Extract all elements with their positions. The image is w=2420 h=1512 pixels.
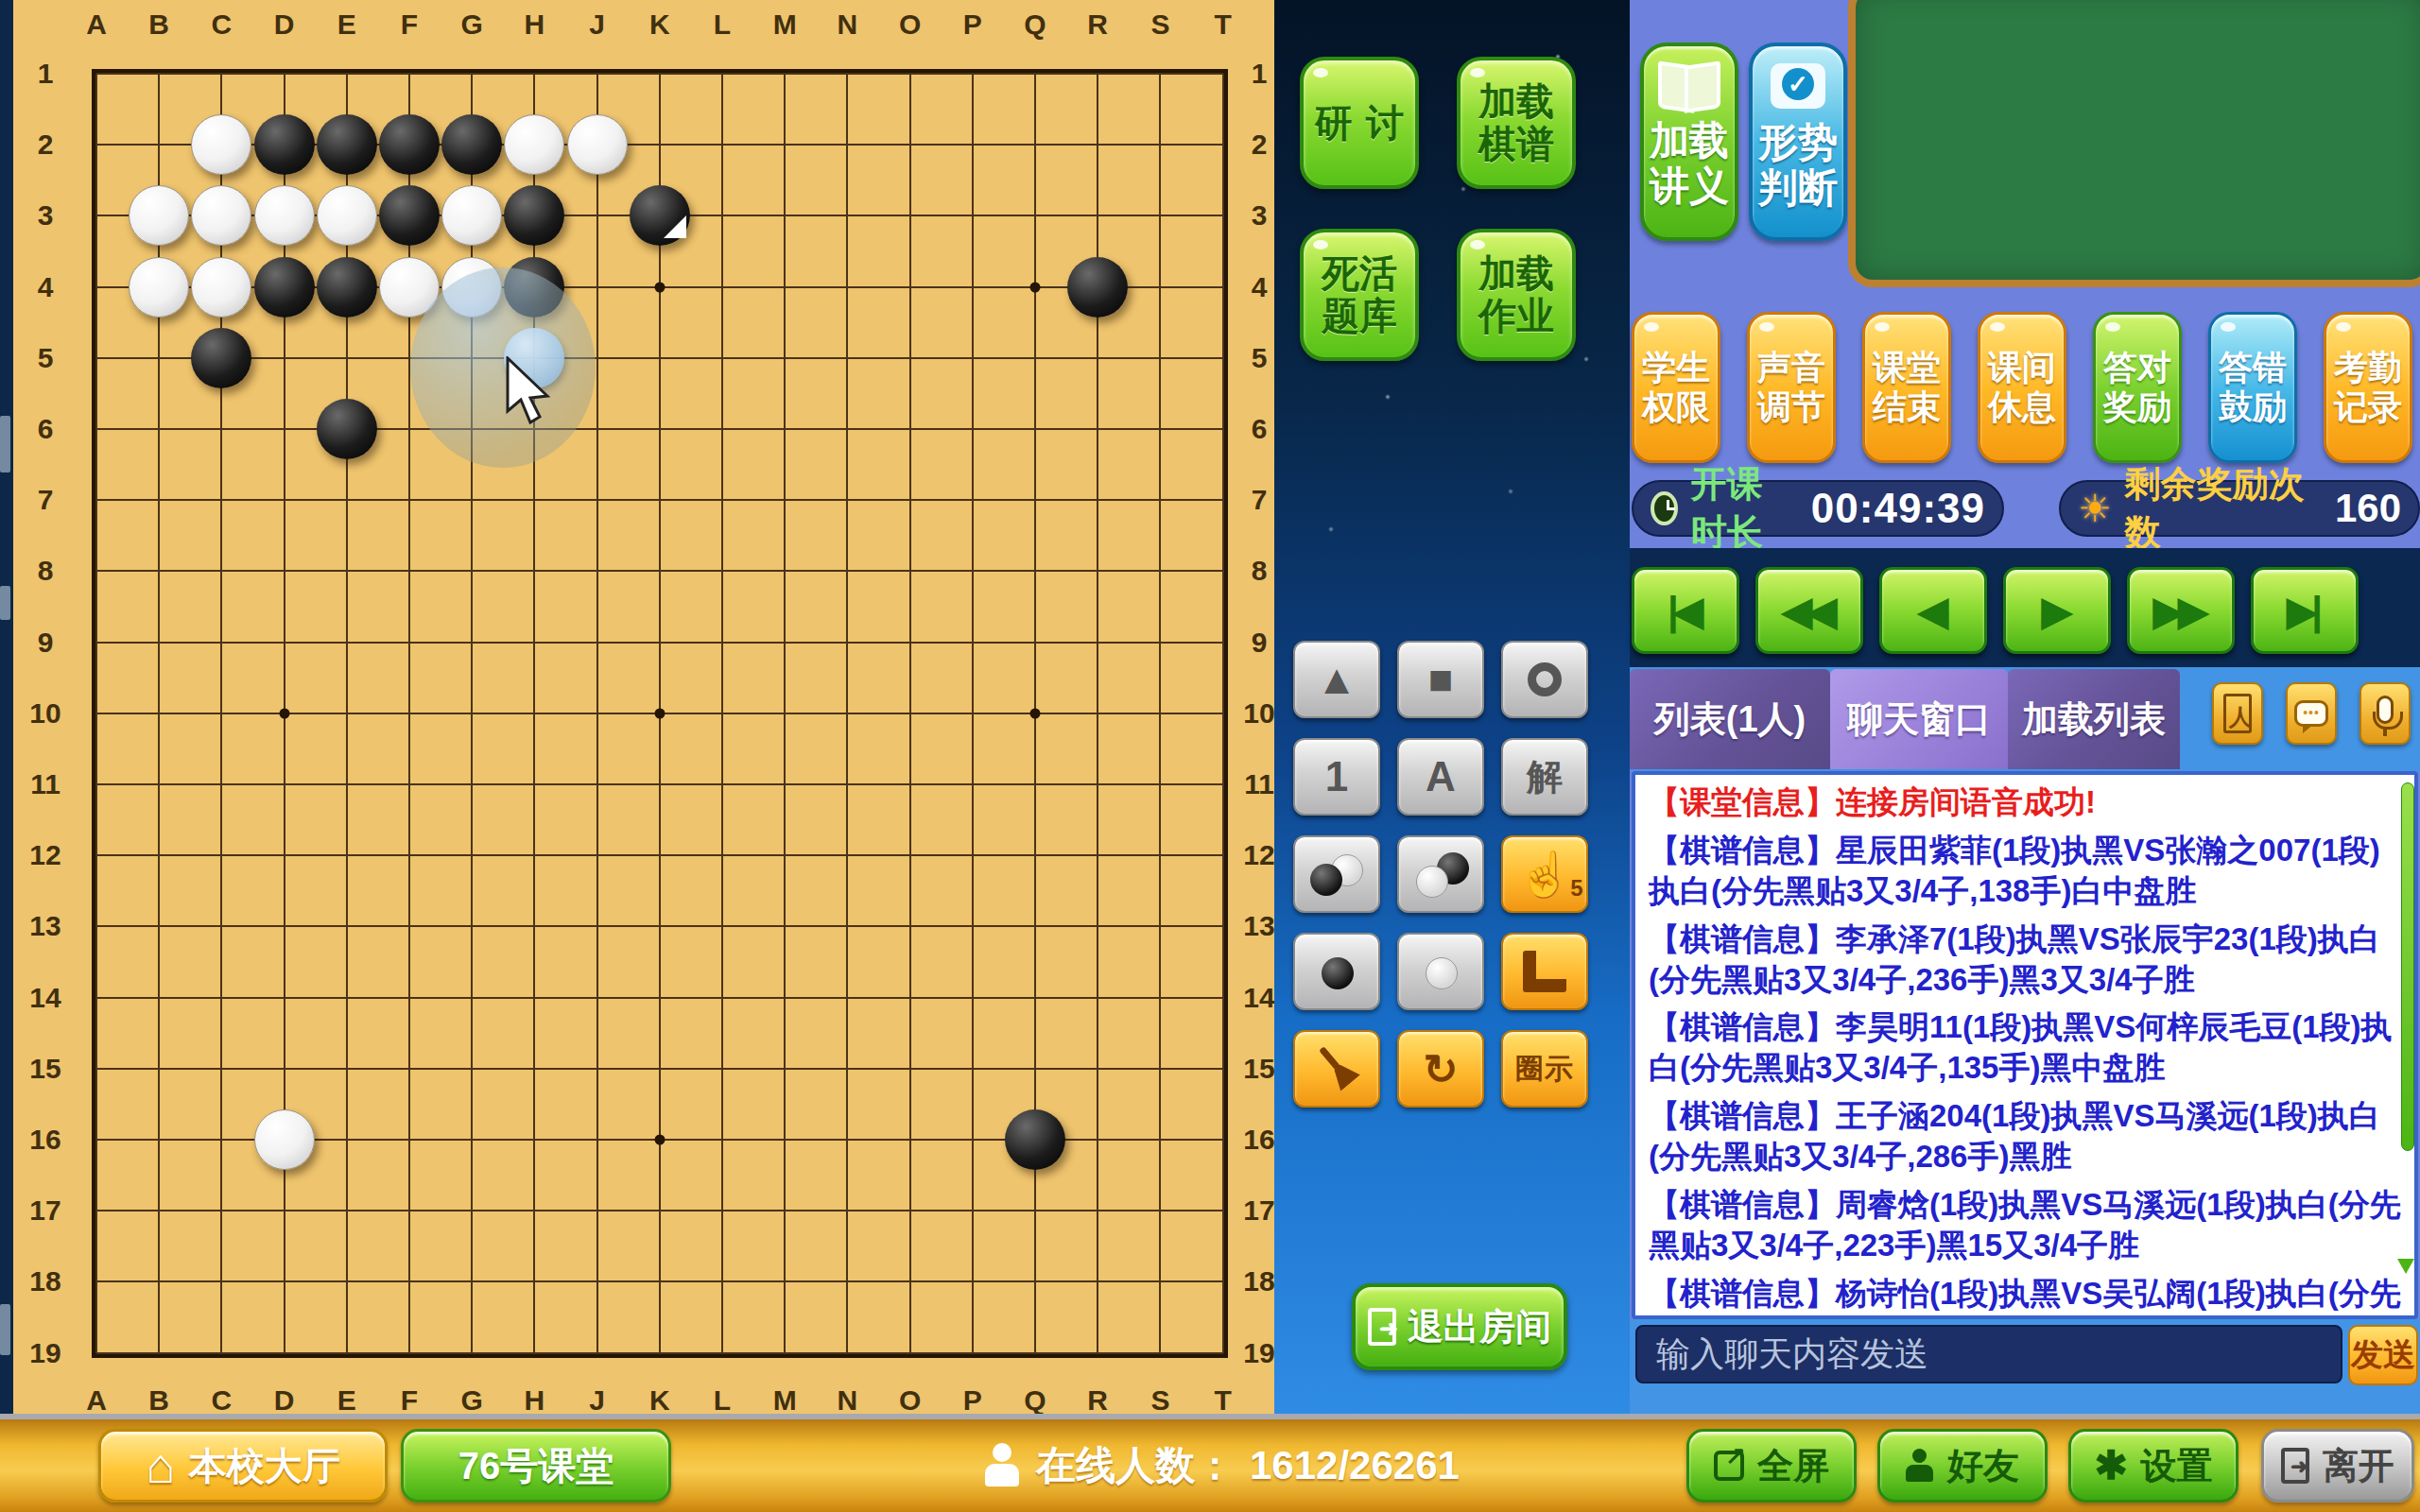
coord-bottom-F: F	[401, 1384, 418, 1417]
coord-bottom-P: P	[963, 1384, 982, 1417]
black-stone-tool[interactable]	[1293, 933, 1380, 1010]
class-timer-value: 00:49:39	[1811, 485, 1985, 532]
playback-forward-button-glyph: ▶	[2042, 588, 2066, 634]
playback-back-button[interactable]: ◀	[1879, 567, 1987, 654]
coord-top-T: T	[1214, 9, 1231, 41]
stone-black-R4	[1067, 257, 1128, 318]
settings-label: 设置	[2141, 1442, 2213, 1490]
correct-reward-button[interactable]: 答对奖励	[2093, 312, 2182, 463]
class-break-button-label: 课间休息	[1986, 348, 2058, 428]
middle-toolbar-column: 研讨加载棋谱死活题库加载作业 ▲■1A解☝5↻圈示 退出房间	[1274, 0, 1630, 1419]
teaching-buttons-group: 研讨加载棋谱死活题库加载作业	[1300, 57, 1604, 361]
life-death-library-button[interactable]: 死活题库	[1300, 229, 1419, 361]
end-class-button-label: 课堂结束	[1871, 348, 1943, 428]
gear-icon: ✱	[2094, 1446, 2127, 1486]
tabs-row: 列表(1人)聊天窗口加载列表	[1630, 669, 2180, 769]
stone-white-B3	[129, 185, 189, 246]
coord-right-13: 13	[1243, 910, 1274, 942]
coord-bottom-Q: Q	[1024, 1384, 1046, 1417]
stone-black-H3	[504, 185, 564, 246]
chat-input[interactable]	[1635, 1325, 2342, 1383]
board-horizontal-line	[96, 1068, 1223, 1070]
last-move-marker	[664, 215, 686, 238]
send-button-label: 发送	[2351, 1333, 2415, 1377]
chat-message: 【棋谱信息】王子涵204(1段)执黑VS马溪远(1段)执白(分先黑贴3又3/4子…	[1649, 1096, 2401, 1177]
attendance-button-label: 考勤记录	[2332, 348, 2404, 428]
tabs-strip: 列表(1人)聊天窗口加载列表	[1630, 667, 2420, 771]
coord-right-15: 15	[1243, 1053, 1274, 1085]
stone-black-E4	[317, 257, 377, 318]
chat-bubble-icon-button[interactable]	[2286, 682, 2337, 745]
coord-left-15: 15	[29, 1053, 60, 1085]
mark-triangle-tool[interactable]: ▲	[1293, 641, 1380, 718]
coord-bottom-S: S	[1150, 1384, 1169, 1417]
coord-top-C: C	[212, 9, 233, 41]
circle-demo-tool-label: 圈示	[1515, 1050, 1574, 1089]
life-death-library-button-label: 死活题库	[1318, 252, 1401, 337]
coord-top-O: O	[899, 9, 921, 41]
board-horizontal-line	[96, 854, 1223, 856]
coord-bottom-G: G	[461, 1384, 483, 1417]
leave-button[interactable]: 离开	[2261, 1429, 2414, 1503]
playback-fast-forward-button[interactable]: ▶▶	[2127, 567, 2235, 654]
coord-top-D: D	[274, 9, 295, 41]
class-control-buttons: 学生权限声音调节课堂结束课间休息答对奖励答错鼓励考勤记录	[1632, 312, 2412, 463]
coord-left-4: 4	[38, 271, 54, 303]
coord-right-1: 1	[1252, 58, 1268, 90]
book-icon	[1658, 63, 1720, 107]
check-badge-icon	[1771, 63, 1825, 109]
online-count: 在线人数： 1612/26261	[983, 1419, 1460, 1512]
clock-icon	[1651, 491, 1678, 525]
tab-chat-window-label: 聊天窗口	[1847, 696, 1991, 744]
coord-bottom-M: M	[773, 1384, 797, 1417]
coord-left-13: 13	[29, 910, 60, 942]
student-permission-button[interactable]: 学生权限	[1632, 312, 1720, 463]
board-vertical-line	[1159, 74, 1161, 1353]
sound-adjust-button-label: 声音调节	[1755, 348, 1827, 428]
hover-highlight-circle	[410, 267, 596, 468]
reset-tool-glyph: ↻	[1424, 1045, 1459, 1093]
exit-room-label: 退出房间	[1408, 1303, 1551, 1351]
coord-bottom-N: N	[838, 1384, 858, 1417]
coord-bottom-H: H	[525, 1384, 545, 1417]
coord-top-Q: Q	[1024, 9, 1046, 41]
annotation-tool-grid: ▲■1A解☝5↻圈示	[1293, 641, 1615, 1108]
coord-bottom-D: D	[274, 1384, 295, 1417]
coord-left-6: 6	[38, 413, 54, 445]
mark-circle-tool[interactable]	[1501, 641, 1588, 718]
tab-load-list[interactable]: 加载列表	[2008, 669, 2180, 769]
stone-white-C3	[191, 185, 251, 246]
wrong-encourage-button-label: 答错鼓励	[2217, 348, 2289, 428]
coord-bottom-K: K	[649, 1384, 670, 1417]
class-timer: 开课时长 00:49:39	[1632, 480, 2004, 537]
board-vertical-line	[909, 74, 911, 1353]
playback-first-button-glyph: |◀	[1668, 588, 1698, 634]
class-break-button[interactable]: 课间休息	[1978, 312, 2066, 463]
coord-top-N: N	[838, 9, 858, 41]
reward-counter-label: 剩余奖励次数	[2125, 460, 2322, 557]
student-permission-button-label: 学生权限	[1640, 348, 1712, 428]
board-horizontal-line	[96, 925, 1223, 927]
chat-message: 【棋谱信息】李昊明11(1段)执黑VS何梓辰毛豆(1段)执白(分先黑贴3又3/4…	[1649, 1007, 2401, 1089]
friends-icon	[1906, 1449, 1934, 1483]
tab-icons-group	[2212, 682, 2411, 745]
wrong-encourage-button[interactable]: 答错鼓励	[2208, 312, 2297, 463]
load-homework-button-label: 加载作业	[1475, 252, 1558, 337]
board-vertical-line	[1222, 74, 1224, 1353]
send-button[interactable]: 发送	[2348, 1325, 2418, 1385]
load-homework-button[interactable]: 加载作业	[1457, 229, 1576, 361]
attendance-button[interactable]: 考勤记录	[2324, 312, 2412, 463]
coord-bottom-E: E	[337, 1384, 356, 1417]
class-timer-label: 开课时长	[1691, 460, 1798, 557]
mark-triangle-tool-glyph: ▲	[1316, 656, 1357, 703]
chat-message: 【棋谱信息】李承泽7(1段)执黑VS张辰宇23(1段)执白(分先黑贴3又3/4子…	[1649, 919, 2401, 1001]
coin-sun-icon: ☀	[2078, 487, 2112, 530]
online-count-value: 1612/26261	[1250, 1443, 1460, 1488]
coord-right-10: 10	[1243, 697, 1274, 730]
left-strip-artifact	[0, 1304, 10, 1355]
fullscreen-icon	[1714, 1451, 1744, 1481]
mark-square-tool-glyph: ■	[1428, 656, 1454, 703]
coord-left-10: 10	[29, 697, 60, 730]
load-lecture-label: 加载讲义	[1648, 118, 1731, 210]
microphone-icon-button[interactable]	[2359, 682, 2411, 745]
stone-white-D16	[254, 1109, 315, 1170]
playback-rewind-button[interactable]: ◀◀	[1755, 567, 1863, 654]
black-stone-icon	[1310, 864, 1342, 896]
stone-white-J2	[567, 114, 628, 175]
coord-top-E: E	[337, 9, 356, 41]
coord-left-16: 16	[29, 1124, 60, 1156]
coord-bottom-T: T	[1214, 1384, 1231, 1417]
coord-right-8: 8	[1252, 555, 1268, 587]
left-strip-artifact	[0, 586, 10, 620]
hand-count-tool[interactable]: ☝5	[1501, 835, 1588, 913]
coord-left-17: 17	[29, 1194, 60, 1227]
go-board[interactable]: AABBCCDDEEFFGGHHJJKKLLMMNNOOPPQQRRSSTT11…	[13, 0, 1274, 1419]
coord-left-5: 5	[38, 342, 54, 374]
coord-top-P: P	[963, 9, 982, 41]
coord-top-J: J	[589, 9, 605, 41]
end-class-button[interactable]: 课堂结束	[1862, 312, 1951, 463]
left-strip-artifact	[0, 416, 10, 472]
chat-input-strip: 发送	[1630, 1319, 2420, 1419]
mark-number-tool-glyph: 1	[1325, 753, 1348, 800]
coord-left-7: 7	[38, 484, 54, 516]
person-icon	[983, 1443, 1021, 1488]
exit-door-icon	[1368, 1308, 1396, 1346]
playback-last-button-glyph: ▶|	[2287, 588, 2317, 634]
mark-number-tool[interactable]: 1	[1293, 738, 1380, 816]
stone-black-D2	[254, 114, 315, 175]
online-count-label: 在线人数：	[1036, 1439, 1235, 1492]
reward-counter: ☀ 剩余奖励次数 160	[2059, 480, 2420, 537]
coord-top-K: K	[649, 9, 670, 41]
board-vertical-line	[784, 74, 786, 1353]
exit-arrow-icon	[2281, 1448, 2309, 1484]
tab-user-list-label: 列表(1人)	[1654, 696, 1806, 744]
coord-right-9: 9	[1252, 627, 1268, 659]
coord-left-19: 19	[29, 1337, 60, 1369]
mouse-cursor-icon	[506, 356, 551, 426]
coord-bottom-R: R	[1087, 1384, 1108, 1417]
stone-black-Q16	[1005, 1109, 1065, 1170]
coord-right-6: 6	[1252, 413, 1268, 445]
coord-right-2: 2	[1252, 129, 1268, 161]
fullscreen-label: 全屏	[1757, 1442, 1829, 1490]
classroom-number-label: 76号课堂	[458, 1440, 614, 1492]
playback-fast-forward-button-glyph: ▶▶	[2153, 588, 2204, 634]
fullscreen-button[interactable]: 全屏	[1686, 1429, 1857, 1503]
bottom-bar: ⌂ 本校大厅 76号课堂 在线人数： 1612/26261 全屏 好友 ✱ 设置…	[0, 1419, 2420, 1512]
correct-reward-button-label: 答对奖励	[2101, 348, 2173, 428]
position-judgment-label: 形势判断	[1756, 120, 1840, 212]
right-panel: 加载讲义 形势判断 学生权限声音调节课堂结束课间休息答对奖励答错鼓励考勤记录 开…	[1630, 0, 2420, 1419]
reset-tool[interactable]: ↻	[1397, 1030, 1484, 1108]
stone-black-G2	[441, 114, 502, 175]
star-point-D10	[279, 708, 289, 718]
coord-right-16: 16	[1243, 1124, 1274, 1156]
star-point-K10	[654, 708, 665, 718]
ruler-tool[interactable]	[1501, 933, 1588, 1010]
tab-user-list[interactable]: 列表(1人)	[1630, 669, 1830, 769]
stone-white-E3	[317, 185, 377, 246]
chat-message: 【棋谱信息】星辰田紫菲(1段)执黑VS张瀚之007(1段)执白(分先黑贴3又3/…	[1649, 831, 2401, 912]
exit-room-button[interactable]: 退出房间	[1352, 1283, 1567, 1370]
tab-chat-window[interactable]: 聊天窗口	[1830, 669, 2008, 769]
coord-top-S: S	[1150, 9, 1169, 41]
coord-right-12: 12	[1243, 839, 1274, 871]
door-person-icon	[2223, 694, 2252, 733]
coord-bottom-C: C	[212, 1384, 233, 1417]
coord-right-11: 11	[1244, 768, 1274, 800]
playback-last-button[interactable]: ▶|	[2251, 567, 2359, 654]
coord-bottom-B: B	[148, 1384, 169, 1417]
coord-top-F: F	[401, 9, 418, 41]
clear-board-tool[interactable]	[1293, 1030, 1380, 1108]
stone-white-B4	[129, 257, 189, 318]
playback-rewind-button-glyph: ◀◀	[1782, 588, 1832, 634]
white-stone-tool[interactable]	[1397, 933, 1484, 1010]
playback-forward-button[interactable]: ▶	[2003, 567, 2111, 654]
settings-button[interactable]: ✱ 设置	[2068, 1429, 2238, 1503]
discuss-button[interactable]: 研讨	[1300, 57, 1419, 189]
star-point-K4	[654, 282, 665, 292]
mark-letter-tool-glyph: A	[1426, 753, 1456, 800]
coord-bottom-L: L	[714, 1384, 731, 1417]
board-horizontal-line	[96, 997, 1223, 999]
mark-square-tool[interactable]: ■	[1397, 641, 1484, 718]
leave-room-icon-button[interactable]	[2212, 682, 2263, 745]
stone-black-C5	[191, 328, 251, 388]
white-stone-icon	[1416, 866, 1448, 898]
circle-demo-tool[interactable]: 圈示	[1501, 1030, 1588, 1108]
coord-bottom-J: J	[589, 1384, 605, 1417]
ruler-icon	[1523, 951, 1566, 992]
left-edge-strip	[0, 0, 13, 1419]
coord-right-17: 17	[1243, 1194, 1274, 1227]
broom-icon	[1304, 1036, 1370, 1102]
star-point-Q4	[1030, 282, 1041, 292]
leave-label: 离开	[2323, 1442, 2394, 1490]
load-kifu-button-label: 加载棋谱	[1475, 80, 1558, 165]
chat-message: 【棋谱信息】杨诗怡(1段)执黑VS吴弘阔(1段)执白(分先黑贴3又3/4子,24…	[1649, 1274, 2401, 1319]
chalkboard-display	[1848, 0, 2420, 287]
microphone-icon	[2377, 696, 2394, 724]
board-horizontal-line	[96, 1280, 1223, 1282]
coord-left-14: 14	[29, 982, 60, 1014]
stone-black-E6	[317, 399, 377, 459]
show-answer-tool-glyph: 解	[1527, 753, 1563, 801]
coord-top-L: L	[714, 9, 731, 41]
school-lobby-button[interactable]: ⌂ 本校大厅	[98, 1429, 388, 1503]
coord-right-3: 3	[1252, 199, 1268, 232]
home-icon: ⌂	[146, 1441, 175, 1490]
coord-left-12: 12	[29, 839, 60, 871]
board-horizontal-line	[96, 1352, 1223, 1354]
chat-bubble-icon	[2294, 700, 2328, 727]
chat-message: 【课堂信息】连接房间语音成功!	[1649, 782, 2401, 823]
coord-right-7: 7	[1252, 484, 1268, 516]
chat-scrollbar[interactable]	[2401, 782, 2414, 1151]
stone-black-K3	[630, 185, 690, 246]
show-answer-tool[interactable]: 解	[1501, 738, 1588, 816]
go-classroom-app: AABBCCDDEEFFGGHHJJKKLLMMNNOOPPQQRRSSTT11…	[0, 0, 2420, 1512]
load-lecture-button[interactable]: 加载讲义	[1640, 43, 1738, 241]
board-horizontal-line	[96, 783, 1223, 785]
stone-white-D3	[254, 185, 315, 246]
friends-button[interactable]: 好友	[1877, 1429, 2048, 1503]
coord-bottom-A: A	[86, 1384, 107, 1417]
coord-top-A: A	[86, 9, 107, 41]
coord-top-G: G	[461, 9, 483, 41]
stone-white-C2	[191, 114, 251, 175]
chat-scroll-down-arrow[interactable]	[2397, 1259, 2414, 1274]
coord-top-H: H	[525, 9, 545, 41]
stone-black-F3	[379, 185, 440, 246]
coord-top-B: B	[148, 9, 169, 41]
coord-left-9: 9	[38, 627, 54, 659]
mark-letter-tool[interactable]: A	[1397, 738, 1484, 816]
coord-left-11: 11	[30, 768, 60, 800]
white-stone-icon	[1426, 957, 1458, 989]
stone-white-C4	[191, 257, 251, 318]
star-point-Q10	[1030, 708, 1041, 718]
coord-top-R: R	[1087, 9, 1108, 41]
discuss-button-label: 研讨	[1315, 102, 1417, 145]
playback-back-button-glyph: ◀	[1918, 588, 1943, 634]
black-stone-icon	[1322, 957, 1354, 989]
position-judgment-button[interactable]: 形势判断	[1749, 43, 1847, 241]
hand-five-icon: ☝5	[1517, 849, 1571, 900]
coord-left-2: 2	[38, 129, 54, 161]
classroom-number-button[interactable]: 76号课堂	[401, 1429, 671, 1503]
board-vertical-line	[972, 74, 974, 1353]
alternate-white-first-tool[interactable]	[1397, 835, 1484, 913]
stone-white-H2	[504, 114, 564, 175]
board-horizontal-line	[96, 1210, 1223, 1211]
chat-message: 【棋谱信息】周睿焓(1段)执黑VS马溪远(1段)执白(分先黑贴3又3/4子,22…	[1649, 1185, 2401, 1266]
school-lobby-label: 本校大厅	[189, 1440, 340, 1492]
coord-left-8: 8	[38, 555, 54, 587]
coord-bottom-O: O	[899, 1384, 921, 1417]
stone-white-G3	[441, 185, 502, 246]
coord-right-19: 19	[1243, 1337, 1274, 1369]
playback-band: |◀◀◀◀▶▶▶▶|	[1630, 548, 2420, 667]
coord-left-18: 18	[29, 1265, 60, 1297]
coord-right-4: 4	[1252, 271, 1268, 303]
tab-load-list-label: 加载列表	[2022, 696, 2166, 744]
stone-black-D4	[254, 257, 315, 318]
stone-black-E2	[317, 114, 377, 175]
board-vertical-line	[721, 74, 723, 1353]
coord-top-M: M	[773, 9, 797, 41]
board-vertical-line	[846, 74, 848, 1353]
playback-first-button[interactable]: |◀	[1632, 567, 1739, 654]
sound-adjust-button[interactable]: 声音调节	[1747, 312, 1836, 463]
coord-right-18: 18	[1243, 1265, 1274, 1297]
playback-controls: |◀◀◀◀▶▶▶▶|	[1632, 567, 2359, 654]
coord-right-14: 14	[1243, 982, 1274, 1014]
alternate-black-first-tool[interactable]	[1293, 835, 1380, 913]
coord-left-3: 3	[38, 199, 54, 232]
coord-right-5: 5	[1252, 342, 1268, 374]
star-point-K16	[654, 1135, 665, 1145]
reward-counter-value: 160	[2335, 486, 2401, 531]
coord-left-1: 1	[38, 58, 54, 90]
stone-black-F2	[379, 114, 440, 175]
load-kifu-button[interactable]: 加载棋谱	[1457, 57, 1576, 189]
circle-ring-icon	[1528, 662, 1562, 696]
chat-message-area: 【课堂信息】连接房间语音成功!【棋谱信息】星辰田紫菲(1段)执黑VS张瀚之007…	[1632, 771, 2418, 1319]
friends-label: 好友	[1947, 1442, 2019, 1490]
